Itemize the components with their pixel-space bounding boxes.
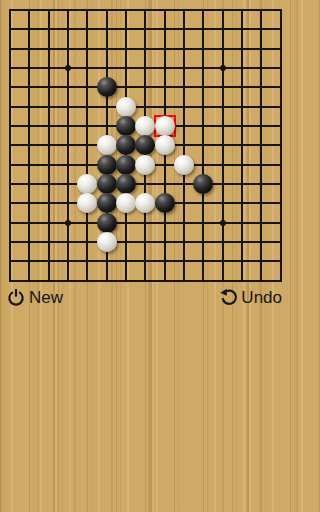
stone-black [97, 193, 117, 213]
bottom-toolbar: New Undo [0, 282, 288, 312]
undo-button[interactable]: Undo [215, 285, 285, 309]
stone-black [97, 213, 117, 233]
stone-white [135, 193, 155, 213]
stone-white [155, 116, 175, 136]
stone-white [174, 155, 194, 175]
star-point [65, 220, 71, 226]
stone-white [135, 116, 155, 136]
gomoku-board[interactable] [0, 0, 288, 284]
stone-black [193, 174, 213, 194]
stone-white [116, 193, 136, 213]
stone-white [77, 174, 97, 194]
new-game-button[interactable]: New [3, 285, 66, 309]
stone-black [116, 174, 136, 194]
stone-white [116, 97, 136, 117]
stone-white [155, 135, 175, 155]
stone-white [97, 232, 117, 252]
stone-black [97, 77, 117, 97]
stone-black [97, 174, 117, 194]
stone-black [135, 135, 155, 155]
stone-black [116, 135, 136, 155]
new-game-label: New [29, 289, 63, 306]
stone-white [77, 193, 97, 213]
stone-black [97, 155, 117, 175]
stone-black [116, 155, 136, 175]
stone-white [135, 155, 155, 175]
star-point [220, 220, 226, 226]
stone-black [116, 116, 136, 136]
star-point [220, 65, 226, 71]
stone-black [155, 193, 175, 213]
star-point [65, 65, 71, 71]
stone-white [97, 135, 117, 155]
undo-label: Undo [241, 289, 282, 306]
power-icon [6, 287, 26, 307]
board-grid-lines [9, 9, 282, 282]
undo-arrow-icon [218, 287, 238, 307]
